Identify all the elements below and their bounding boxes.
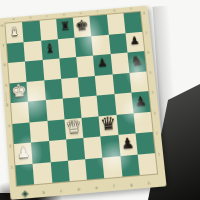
square-g8[interactable] [106, 13, 125, 34]
square-d7[interactable] [58, 37, 77, 58]
square-c7[interactable]: ♝ [41, 39, 60, 60]
square-a4[interactable] [11, 102, 30, 124]
square-a8[interactable]: ♝ [5, 22, 23, 43]
piece-black-pawn[interactable]: ♟ [134, 94, 147, 108]
piece-black-bishop[interactable]: ♝ [44, 42, 57, 56]
square-e6[interactable] [76, 56, 95, 77]
square-h5[interactable] [129, 71, 148, 93]
square-b8[interactable] [22, 21, 40, 42]
brand-diamond-logo-icon: ◈ [21, 188, 29, 198]
square-c3[interactable] [47, 119, 66, 141]
square-b7[interactable] [24, 40, 42, 61]
piece-black-pawn[interactable]: ♟ [129, 35, 140, 47]
square-d8[interactable]: ♜ [56, 18, 75, 39]
chess-board: ♝♜♚♝♟♟♞♚♟♛♛♟♟ abcdefgh abcdefgh 87654321… [0, 5, 167, 199]
square-e3[interactable] [81, 116, 100, 138]
square-h6[interactable]: ♞ [127, 51, 146, 72]
playing-area: ♝♜♚♝♟♟♞♚♟♛♛♟♟ [5, 12, 157, 186]
square-h3[interactable] [133, 111, 152, 133]
piece-black-pawn[interactable]: ♟ [97, 58, 109, 70]
square-a7[interactable] [7, 42, 25, 63]
piece-black-rook[interactable]: ♜ [59, 21, 70, 33]
square-d3[interactable]: ♛ [64, 117, 83, 139]
square-d5[interactable] [61, 77, 80, 99]
square-c6[interactable] [42, 59, 61, 80]
square-e8[interactable]: ♚ [73, 16, 92, 37]
square-f5[interactable] [95, 74, 114, 96]
piece-white-queen[interactable]: ♛ [65, 118, 82, 137]
square-g6[interactable] [110, 53, 129, 74]
square-c4[interactable] [45, 99, 64, 121]
square-h1[interactable] [137, 153, 157, 175]
square-g2[interactable]: ♟ [118, 133, 137, 155]
square-f6[interactable]: ♟ [93, 54, 112, 75]
piece-black-queen[interactable]: ♛ [99, 115, 117, 134]
square-b1[interactable] [33, 162, 52, 185]
square-b3[interactable] [30, 120, 49, 142]
square-b2[interactable] [31, 141, 50, 163]
square-c5[interactable] [44, 78, 63, 100]
square-h2[interactable] [135, 132, 155, 154]
square-f7[interactable] [91, 34, 110, 55]
piece-white-pawn[interactable]: ♟ [16, 145, 30, 161]
square-f8[interactable] [90, 15, 109, 36]
square-d1[interactable] [68, 159, 87, 181]
square-e4[interactable] [80, 96, 99, 118]
square-d6[interactable] [59, 57, 78, 78]
square-e1[interactable] [85, 157, 104, 179]
square-c8[interactable] [39, 19, 57, 40]
square-a2[interactable]: ♟ [14, 143, 33, 165]
square-a5[interactable]: ♚ [10, 81, 29, 103]
square-a3[interactable] [12, 122, 31, 144]
square-h4[interactable]: ♟ [131, 91, 150, 113]
square-f2[interactable] [101, 135, 120, 157]
square-c1[interactable] [50, 160, 69, 183]
square-g3[interactable] [116, 113, 135, 135]
square-e5[interactable] [78, 75, 97, 97]
piece-black-knight[interactable]: ♞ [130, 53, 144, 68]
board-brand-text: ······· [3, 92, 9, 106]
piece-black-pawn[interactable]: ♟ [120, 136, 134, 152]
square-g7[interactable] [108, 33, 127, 54]
square-b6[interactable] [25, 60, 44, 81]
piece-white-king[interactable]: ♚ [11, 82, 28, 100]
square-f1[interactable] [103, 156, 122, 178]
square-b4[interactable] [28, 100, 47, 122]
square-h7[interactable]: ♟ [125, 31, 144, 52]
square-h8[interactable] [123, 12, 142, 33]
square-e7[interactable] [74, 36, 93, 57]
square-e2[interactable] [83, 136, 102, 158]
square-f3[interactable]: ♛ [99, 114, 118, 136]
square-d2[interactable] [66, 138, 85, 160]
photo-background: ♝♜♚♝♟♟♞♚♟♛♛♟♟ abcdefgh abcdefgh 87654321… [0, 0, 200, 200]
piece-white-bishop[interactable]: ♝ [9, 25, 21, 38]
square-g5[interactable] [112, 72, 131, 94]
square-a1[interactable] [15, 163, 34, 186]
piece-black-king[interactable]: ♚ [75, 18, 89, 33]
square-b5[interactable] [27, 80, 46, 102]
square-g4[interactable] [114, 93, 133, 115]
square-g1[interactable] [120, 154, 140, 176]
square-c2[interactable] [49, 139, 68, 161]
